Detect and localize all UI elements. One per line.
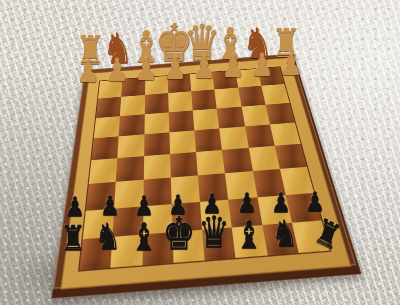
- square-g5: [116, 156, 144, 182]
- square-g1: [121, 78, 145, 97]
- square-a3: [265, 102, 295, 124]
- square-e5: [170, 152, 198, 178]
- carpet: ♜♞♝♚♛♝♞♜♟♟♟♟♟♟♟♟♟♟♟♟♟♟♟♟♜♞♝♚♛♝♞♜: [0, 0, 400, 305]
- square-f6: [143, 178, 172, 206]
- square-e1: [167, 74, 191, 93]
- square-e8: [172, 230, 204, 263]
- square-d2: [191, 90, 217, 110]
- square-e6: [171, 176, 200, 204]
- square-c1: [212, 71, 237, 90]
- square-d7: [200, 199, 232, 229]
- square-f7: [142, 204, 172, 235]
- square-g4: [117, 134, 144, 158]
- square-h3: [94, 116, 120, 138]
- square-d1: [190, 72, 215, 91]
- square-f8: [142, 232, 173, 265]
- square-f5: [143, 154, 170, 180]
- square-f1: [145, 76, 168, 95]
- square-f4: [144, 132, 170, 156]
- square-h7: [83, 208, 115, 239]
- square-a2: [261, 84, 289, 104]
- square-d6: [198, 173, 229, 201]
- square-h5: [89, 158, 118, 184]
- square-a4: [270, 122, 301, 146]
- square-h6: [86, 182, 116, 210]
- square-g3: [119, 114, 144, 136]
- square-g7: [113, 206, 143, 237]
- square-e4: [169, 130, 196, 154]
- square-a1: [257, 67, 284, 86]
- square-c6: [225, 171, 257, 199]
- square-c2: [215, 88, 242, 108]
- square-d3: [193, 108, 220, 130]
- square-f3: [144, 112, 169, 134]
- square-g2: [120, 95, 144, 116]
- square-h8: [79, 237, 112, 271]
- square-e7: [171, 201, 202, 232]
- square-h1: [98, 79, 122, 98]
- square-d5: [196, 150, 225, 176]
- square-c5: [222, 148, 252, 174]
- square-h4: [91, 136, 119, 160]
- square-g8: [111, 234, 143, 268]
- square-f2: [144, 93, 168, 114]
- square-c4: [219, 126, 248, 150]
- square-d4: [194, 128, 222, 152]
- square-e3: [169, 110, 195, 132]
- square-g6: [114, 180, 143, 208]
- square-e2: [168, 91, 193, 112]
- square-d8: [202, 227, 236, 260]
- square-h2: [96, 97, 121, 118]
- square-c3: [217, 106, 245, 128]
